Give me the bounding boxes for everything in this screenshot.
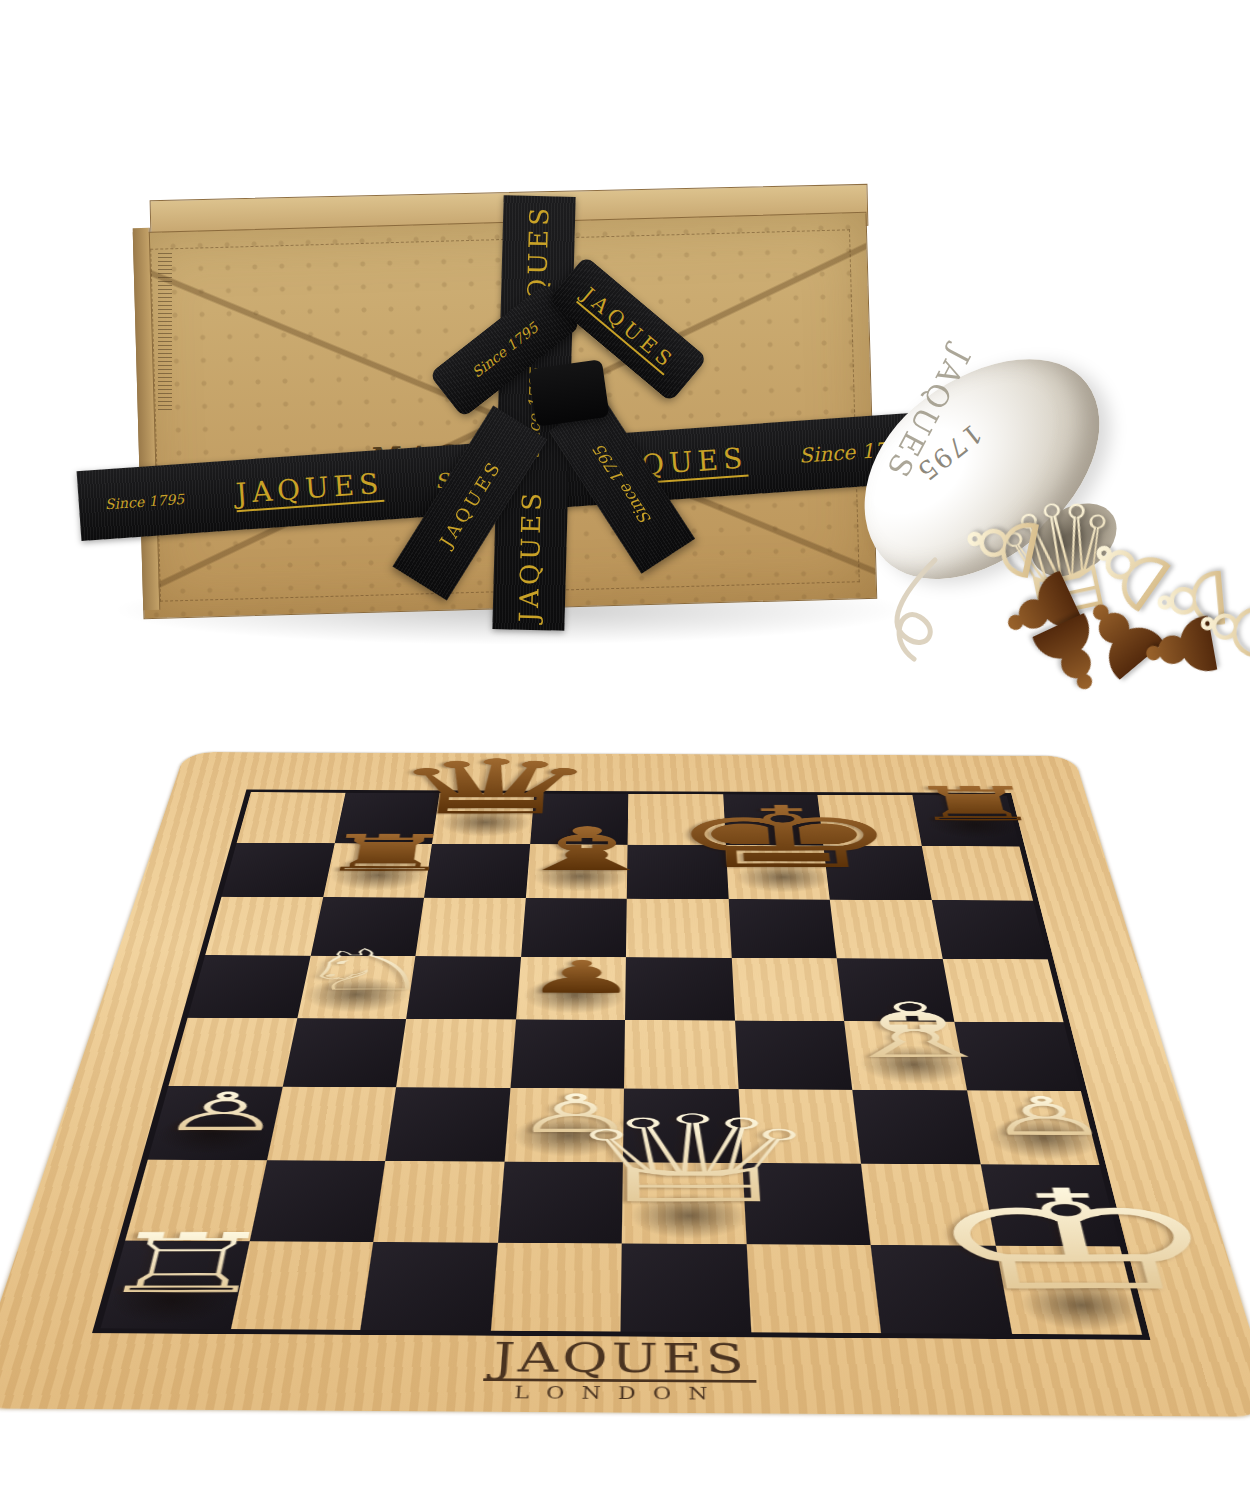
bow-knot [528,359,609,427]
square-c3[interactable] [385,1087,510,1162]
square-d4[interactable] [510,1019,625,1088]
ribbon-brand-left: JAQUES [235,468,385,512]
black-bishop-d7[interactable]: ♝ [501,819,672,879]
square-e1[interactable] [620,1243,750,1332]
square-f1[interactable] [746,1244,881,1333]
square-a1[interactable] [101,1240,250,1329]
chess-board: JAQUES LONDON ♛♜♜♝♚♟♘♗♙♙♙♕♖♔ [0,752,1250,1417]
square-f2[interactable] [742,1163,871,1245]
black-rook-b7[interactable]: ♜ [312,828,460,879]
square-d1[interactable] [490,1242,621,1331]
square-c2[interactable] [373,1161,504,1242]
piece-anchor-b7: ♜ [317,841,449,907]
black-pawn-d5[interactable]: ♟ [523,955,640,1000]
piece-anchor-f7: ♚ [727,843,854,910]
square-e2[interactable] [622,1162,746,1244]
piece-anchor-h8: ♜ [915,793,1046,855]
square-b4[interactable] [282,1018,406,1087]
black-king-f7[interactable]: ♚ [664,795,912,880]
square-b2[interactable] [249,1160,385,1241]
square-h1[interactable] [995,1245,1142,1334]
board-logo: JAQUES LONDON [0,1333,1250,1406]
white-knight-b5[interactable]: ♘ [288,942,442,999]
board-scene: JAQUES LONDON ♛♜♜♝♚♟♘♗♙♙♙♕♖♔ [0,560,1250,1500]
ribbon-script-left: Since 1795 [104,491,184,512]
square-b3[interactable] [266,1086,396,1161]
square-b1[interactable] [230,1241,373,1330]
square-c1[interactable] [360,1242,497,1331]
board-logo-city: LONDON [0,1380,1250,1407]
box-fineprint-lines [158,250,172,410]
piece-layer: ♛♜♜♝♚♟♘♗♙♙♙♕♖♔ [185,752,1074,756]
board-logo-brand: JAQUES [484,1336,756,1382]
square-g3[interactable] [852,1089,980,1164]
square-a2[interactable] [125,1160,266,1241]
black-rook-h8[interactable]: ♜ [902,781,1049,828]
square-h6[interactable] [931,900,1047,959]
square-d2[interactable] [497,1162,622,1243]
square-a3[interactable] [148,1086,282,1161]
piece-anchor-d7: ♝ [523,842,647,908]
square-a4[interactable] [169,1018,297,1087]
square-c4[interactable] [396,1019,515,1088]
square-h3[interactable] [966,1090,1099,1165]
square-g1[interactable] [871,1245,1012,1334]
square-e4[interactable] [624,1020,738,1089]
